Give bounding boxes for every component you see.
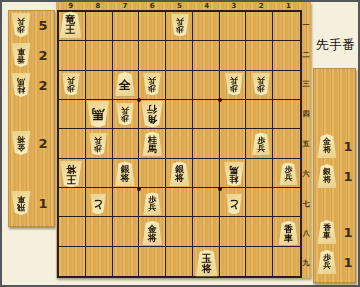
- gote-hand-piece-3[interactable]: 金将: [11, 131, 31, 155]
- square-3-1[interactable]: [220, 12, 247, 41]
- piece-kanji: 歩: [17, 25, 25, 33]
- square-8-6[interactable]: [86, 159, 113, 188]
- piece-kanji: 王: [66, 174, 76, 184]
- piece-kanji: 歩: [230, 84, 238, 92]
- piece-kanji: 桂: [17, 85, 25, 93]
- rank-label-6: 六: [303, 169, 310, 179]
- sente-captured-tray: 金将1銀将1香車1歩兵1: [313, 68, 356, 283]
- piece-kanji: 角: [147, 114, 157, 124]
- gote-hand-count-0: 5: [38, 18, 47, 33]
- piece-kanji: 兵: [323, 262, 331, 270]
- piece-kanji: 竜: [66, 15, 76, 25]
- piece-kanji: 将: [66, 164, 76, 174]
- square-5-8[interactable]: [166, 217, 193, 246]
- sente-hand-piece-0[interactable]: 金将: [317, 134, 337, 158]
- turn-indicator: 先手番: [316, 37, 356, 54]
- square-8-8[interactable]: [86, 217, 113, 246]
- gote-hand-count-1: 2: [38, 48, 47, 63]
- piece-kanji: 玉: [202, 253, 212, 263]
- piece-kanji: 将: [121, 174, 130, 183]
- piece-kanji: 兵: [67, 76, 75, 84]
- gote-hand-count-3: 2: [38, 136, 47, 151]
- file-label-3: 3: [232, 2, 237, 10]
- piece-kanji: 将: [148, 233, 157, 242]
- square-1-2[interactable]: [273, 41, 300, 70]
- piece-kanji: 歩: [257, 84, 265, 92]
- file-label-8: 8: [95, 2, 100, 10]
- shogi-board: 987654321一二三四五六七八九竜王歩兵歩兵全歩兵歩兵歩兵馬歩兵角行歩兵桂馬…: [56, 2, 311, 278]
- piece-kanji: 歩: [148, 84, 156, 92]
- square-7-1[interactable]: [113, 12, 140, 41]
- piece-kanji: 将: [323, 146, 331, 154]
- piece-kanji: 歩: [121, 114, 129, 122]
- square-2-4[interactable]: [246, 100, 273, 129]
- square-7-9[interactable]: [113, 247, 140, 276]
- piece-kanji: 将: [175, 174, 184, 183]
- square-4-6[interactable]: [193, 159, 220, 188]
- square-6-6[interactable]: [139, 159, 166, 188]
- square-3-2[interactable]: [220, 41, 247, 70]
- square-6-9[interactable]: [139, 247, 166, 276]
- square-2-9[interactable]: [246, 247, 273, 276]
- file-label-5: 5: [177, 2, 182, 10]
- piece-kanji: 車: [17, 195, 25, 203]
- square-7-7[interactable]: [113, 188, 140, 217]
- square-6-2[interactable]: [139, 41, 166, 70]
- gote-hand-piece-1[interactable]: 香車: [11, 43, 31, 67]
- piece-kanji: 王: [66, 25, 76, 35]
- sente-hand-count-1: 1: [343, 169, 352, 184]
- square-7-5[interactable]: [113, 129, 140, 158]
- square-8-9[interactable]: [86, 247, 113, 276]
- piece-kanji: 兵: [148, 204, 156, 212]
- sente-hand-piece-3[interactable]: 歩兵: [317, 250, 337, 274]
- square-4-2[interactable]: [193, 41, 220, 70]
- sente-hand-count-2: 1: [343, 225, 352, 240]
- gote-hand-count-2: 2: [38, 78, 47, 93]
- square-3-5[interactable]: [220, 129, 247, 158]
- piece-kanji: 将: [202, 263, 212, 273]
- square-1-3[interactable]: [273, 71, 300, 100]
- square-3-9[interactable]: [220, 247, 247, 276]
- file-label-2: 2: [259, 2, 264, 10]
- rank-label-3: 三: [303, 79, 310, 89]
- square-3-8[interactable]: [220, 217, 247, 246]
- piece-kanji: 金: [17, 143, 25, 151]
- file-label-4: 4: [204, 2, 209, 10]
- rank-label-9: 九: [303, 258, 310, 268]
- square-4-5[interactable]: [193, 129, 220, 158]
- rank-label-4: 四: [303, 109, 310, 119]
- square-5-2[interactable]: [166, 41, 193, 70]
- gote-hand-piece-4[interactable]: 飛車: [11, 191, 31, 215]
- piece-kanji: と: [92, 198, 103, 209]
- square-2-2[interactable]: [246, 41, 273, 70]
- square-9-7[interactable]: [59, 188, 86, 217]
- square-4-4[interactable]: [193, 100, 220, 129]
- square-5-4[interactable]: [166, 100, 193, 129]
- square-2-7[interactable]: [246, 188, 273, 217]
- square-7-2[interactable]: [113, 41, 140, 70]
- piece-kanji: 兵: [257, 76, 265, 84]
- piece-kanji: 兵: [94, 136, 102, 144]
- square-2-1[interactable]: [246, 12, 273, 41]
- square-9-2[interactable]: [59, 41, 86, 70]
- piece-kanji: 兵: [148, 76, 156, 84]
- square-8-3[interactable]: [86, 71, 113, 100]
- square-8-1[interactable]: [86, 12, 113, 41]
- piece-kanji: 兵: [176, 17, 184, 25]
- rank-label-2: 二: [303, 50, 310, 60]
- hoshi-dot: [137, 187, 141, 191]
- piece-kanji: 行: [147, 104, 157, 114]
- sente-hand-count-3: 1: [343, 255, 352, 270]
- rank-label-1: 一: [303, 20, 310, 30]
- piece-kanji: 香: [17, 55, 25, 63]
- hoshi-dot: [218, 98, 222, 102]
- piece-kanji: 兵: [121, 106, 129, 114]
- piece-kanji: 桂: [229, 174, 238, 183]
- piece-kanji: 車: [17, 47, 25, 55]
- square-1-1[interactable]: [273, 12, 300, 41]
- square-5-5[interactable]: [166, 129, 193, 158]
- piece-kanji: と: [228, 198, 239, 209]
- square-4-1[interactable]: [193, 12, 220, 41]
- square-6-1[interactable]: [139, 12, 166, 41]
- piece-kanji: 車: [323, 232, 331, 240]
- square-2-8[interactable]: [246, 217, 273, 246]
- piece-kanji: 馬: [148, 144, 157, 153]
- gote-hand-count-4: 1: [38, 196, 47, 211]
- square-1-5[interactable]: [273, 129, 300, 158]
- hoshi-dot: [218, 187, 222, 191]
- square-9-9[interactable]: [59, 247, 86, 276]
- square-1-7[interactable]: [273, 188, 300, 217]
- square-4-8[interactable]: [193, 217, 220, 246]
- piece-kanji: 全: [119, 78, 131, 90]
- gote-hand-piece-2[interactable]: 桂馬: [11, 73, 31, 97]
- piece-kanji: 歩: [67, 84, 75, 92]
- piece-kanji: 将: [17, 135, 25, 143]
- piece-kanji: 馬: [229, 165, 238, 174]
- gote-hand-piece-0[interactable]: 歩兵: [11, 13, 31, 37]
- square-5-7[interactable]: [166, 188, 193, 217]
- hoshi-dot: [137, 98, 141, 102]
- square-9-4[interactable]: [59, 100, 86, 129]
- piece-kanji: 兵: [284, 174, 292, 182]
- piece-kanji: 車: [284, 233, 293, 242]
- square-3-4[interactable]: [220, 100, 247, 129]
- piece-kanji: 将: [323, 176, 331, 184]
- file-label-9: 9: [68, 2, 73, 10]
- file-label-6: 6: [150, 2, 155, 10]
- rank-label-7: 七: [303, 199, 310, 209]
- piece-kanji: 兵: [230, 76, 238, 84]
- square-9-5[interactable]: [59, 129, 86, 158]
- square-2-6[interactable]: [246, 159, 273, 188]
- square-9-8[interactable]: [59, 217, 86, 246]
- square-5-3[interactable]: [166, 71, 193, 100]
- piece-kanji: 歩: [176, 25, 184, 33]
- square-4-3[interactable]: [193, 71, 220, 100]
- square-1-4[interactable]: [273, 100, 300, 129]
- sente-hand-piece-2[interactable]: 香車: [317, 220, 337, 244]
- square-1-9[interactable]: [273, 247, 300, 276]
- rank-label-5: 五: [303, 139, 310, 149]
- square-8-2[interactable]: [86, 41, 113, 70]
- square-7-8[interactable]: [113, 217, 140, 246]
- file-label-7: 7: [123, 2, 128, 10]
- piece-kanji: 馬: [91, 108, 104, 121]
- piece-kanji: 歩: [94, 144, 102, 152]
- square-5-9[interactable]: [166, 247, 193, 276]
- gote-captured-tray: 歩兵5香車2桂馬2金将2飛車1: [8, 10, 55, 227]
- square-4-7[interactable]: [193, 188, 220, 217]
- file-label-1: 1: [286, 2, 291, 10]
- piece-kanji: 兵: [257, 144, 265, 152]
- shogi-app: 歩兵5香車2桂馬2金将2飛車1 987654321一二三四五六七八九竜王歩兵歩兵…: [0, 0, 360, 287]
- piece-kanji: 兵: [17, 17, 25, 25]
- piece-kanji: 馬: [17, 77, 25, 85]
- rank-label-8: 八: [303, 228, 310, 238]
- sente-hand-piece-1[interactable]: 銀将: [317, 164, 337, 188]
- sente-hand-count-0: 1: [343, 139, 352, 154]
- piece-kanji: 飛: [17, 203, 25, 211]
